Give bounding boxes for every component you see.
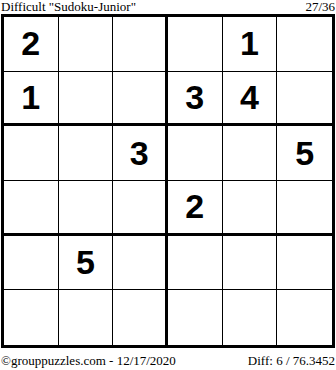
cell-r1c1-given: 2 — [4, 17, 59, 72]
cell-r4c1-empty[interactable] — [4, 181, 59, 236]
cell-r2c5-given: 4 — [223, 72, 278, 127]
cell-r1c6-empty[interactable] — [277, 17, 332, 72]
cell-r6c4-empty[interactable] — [168, 290, 223, 345]
cell-r3c3-given: 3 — [113, 126, 168, 181]
footer: ©grouppuzzles.com - 12/17/2020 Diff: 6 /… — [1, 353, 335, 368]
puzzle-counter: 27/36 — [305, 0, 335, 13]
cell-r3c6-given: 5 — [277, 126, 332, 181]
cell-r6c1-empty[interactable] — [4, 290, 59, 345]
cell-r3c1-empty[interactable] — [4, 126, 59, 181]
cell-r2c3-empty[interactable] — [113, 72, 168, 127]
cell-r5c2-given: 5 — [59, 236, 114, 291]
cell-r4c2-empty[interactable] — [59, 181, 114, 236]
cell-r6c6-empty[interactable] — [277, 290, 332, 345]
cell-r5c4-empty[interactable] — [168, 236, 223, 291]
cell-r6c5-empty[interactable] — [223, 290, 278, 345]
copyright-text: ©grouppuzzles.com - 12/17/2020 — [1, 353, 176, 368]
cell-r2c4-given: 3 — [168, 72, 223, 127]
cell-r3c4-empty[interactable] — [168, 126, 223, 181]
cell-r3c2-empty[interactable] — [59, 126, 114, 181]
cell-r1c3-empty[interactable] — [113, 17, 168, 72]
cell-r4c5-empty[interactable] — [223, 181, 278, 236]
difficulty-text: Diff: 6 / 76.3452 — [248, 353, 335, 368]
cell-r5c5-empty[interactable] — [223, 236, 278, 291]
cell-r5c3-empty[interactable] — [113, 236, 168, 291]
cell-r4c6-empty[interactable] — [277, 181, 332, 236]
cell-r5c1-empty[interactable] — [4, 236, 59, 291]
cell-r2c2-empty[interactable] — [59, 72, 114, 127]
cell-r4c3-empty[interactable] — [113, 181, 168, 236]
cell-r1c4-empty[interactable] — [168, 17, 223, 72]
cell-r4c4-given: 2 — [168, 181, 223, 236]
cell-r5c6-empty[interactable] — [277, 236, 332, 291]
header: Difficult "Sudoku-Junior" 27/36 — [1, 0, 335, 13]
cell-r1c5-given: 1 — [223, 17, 278, 72]
cell-r2c1-given: 1 — [4, 72, 59, 127]
puzzle-title: Difficult "Sudoku-Junior" — [1, 0, 136, 13]
cell-r6c2-empty[interactable] — [59, 290, 114, 345]
sudoku-grid: 211343525 — [1, 14, 335, 348]
puzzle-page: Difficult "Sudoku-Junior" 27/36 21134352… — [0, 0, 336, 370]
cell-r1c2-empty[interactable] — [59, 17, 114, 72]
cell-r6c3-empty[interactable] — [113, 290, 168, 345]
cell-r2c6-empty[interactable] — [277, 72, 332, 127]
cell-r3c5-empty[interactable] — [223, 126, 278, 181]
